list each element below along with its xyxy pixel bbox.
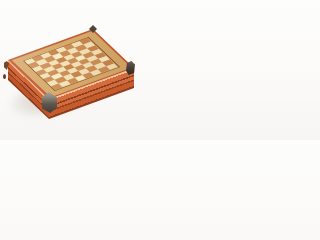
- chess-box-photo: Overhead-angle product photo of a wooden…: [0, 0, 140, 140]
- hinge-screw: [3, 74, 6, 79]
